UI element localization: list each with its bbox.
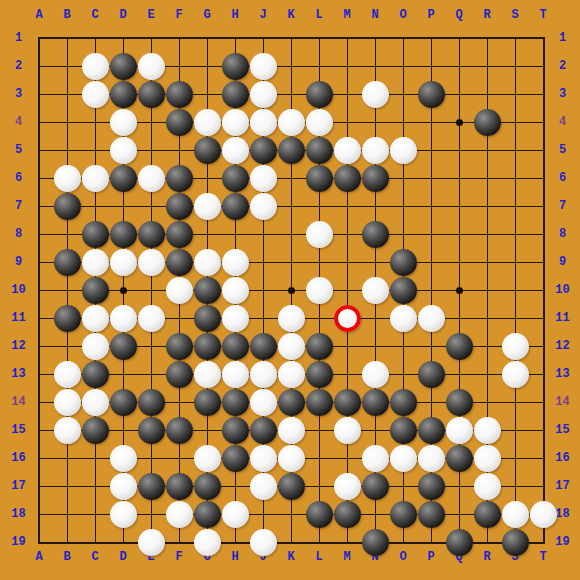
row-label-left: 16 (5, 451, 32, 465)
black-stone[interactable]: ● (110, 81, 137, 108)
white-stone[interactable]: ○ (362, 81, 389, 108)
column-label-top: F (165, 8, 193, 22)
go-board-app: AA11BB22CC33DD44EE55FF66GG77HH88JJ99KK10… (0, 0, 580, 580)
black-stone[interactable]: ● (278, 389, 305, 416)
row-label-right: 15 (549, 423, 576, 437)
row-label-left: 12 (5, 339, 32, 353)
black-stone[interactable]: ● (390, 249, 417, 276)
white-stone[interactable]: ○ (138, 249, 165, 276)
black-stone[interactable]: ● (334, 389, 361, 416)
column-label-top: K (277, 8, 305, 22)
column-label-top: S (501, 8, 529, 22)
row-label-right: 3 (549, 87, 576, 101)
row-label-left: 15 (5, 423, 32, 437)
row-label-right: 6 (549, 171, 576, 185)
column-label-top: B (53, 8, 81, 22)
white-stone[interactable]: ○ (222, 137, 249, 164)
white-stone[interactable]: ○ (250, 193, 277, 220)
black-stone[interactable]: ● (166, 361, 193, 388)
black-stone[interactable]: ● (138, 81, 165, 108)
white-stone[interactable]: ○ (250, 529, 277, 556)
white-stone[interactable]: ○ (54, 389, 81, 416)
black-stone[interactable]: ● (194, 137, 221, 164)
white-stone[interactable]: ○ (278, 445, 305, 472)
white-stone[interactable]: ○ (250, 473, 277, 500)
black-stone[interactable]: ● (418, 417, 445, 444)
white-stone[interactable]: ○ (166, 277, 193, 304)
column-label-bottom: B (53, 550, 81, 564)
black-stone[interactable]: ● (362, 529, 389, 556)
white-stone[interactable]: ○ (362, 445, 389, 472)
black-stone[interactable]: ● (306, 137, 333, 164)
black-stone[interactable]: ● (138, 389, 165, 416)
row-label-left: 1 (5, 31, 32, 45)
white-stone[interactable]: ○ (334, 137, 361, 164)
black-stone[interactable]: ● (306, 333, 333, 360)
black-stone[interactable]: ● (138, 417, 165, 444)
row-label-left: 11 (5, 311, 32, 325)
white-stone[interactable]: ○ (362, 361, 389, 388)
black-stone[interactable]: ● (390, 389, 417, 416)
white-stone[interactable]: ○ (82, 81, 109, 108)
goban[interactable]: AA11BB22CC33DD44EE55FF66GG77HH88JJ99KK10… (0, 0, 580, 580)
column-label-top: Q (445, 8, 473, 22)
white-stone[interactable]: ○ (194, 361, 221, 388)
row-label-left: 19 (5, 535, 32, 549)
white-stone[interactable]: ○ (278, 361, 305, 388)
black-stone[interactable]: ● (82, 277, 109, 304)
black-stone[interactable]: ● (362, 165, 389, 192)
black-stone[interactable]: ● (166, 109, 193, 136)
white-stone[interactable]: ○ (306, 221, 333, 248)
black-stone[interactable]: ● (166, 165, 193, 192)
black-stone[interactable]: ● (474, 501, 501, 528)
star-point (456, 119, 463, 126)
black-stone[interactable]: ● (82, 221, 109, 248)
white-stone[interactable]: ○ (278, 417, 305, 444)
white-stone[interactable]: ○ (530, 501, 557, 528)
white-stone[interactable]: ○ (138, 53, 165, 80)
row-label-left: 5 (5, 143, 32, 157)
column-label-top: D (109, 8, 137, 22)
column-label-bottom: C (81, 550, 109, 564)
black-stone[interactable]: ● (362, 389, 389, 416)
black-stone[interactable]: ● (194, 389, 221, 416)
white-stone[interactable]: ○ (334, 305, 361, 332)
white-stone[interactable]: ○ (390, 137, 417, 164)
black-stone[interactable]: ● (166, 249, 193, 276)
row-label-left: 4 (5, 115, 32, 129)
white-stone[interactable]: ○ (110, 249, 137, 276)
black-stone[interactable]: ● (418, 361, 445, 388)
white-stone[interactable]: ○ (474, 417, 501, 444)
white-stone[interactable]: ○ (278, 333, 305, 360)
black-stone[interactable]: ● (222, 445, 249, 472)
black-stone[interactable]: ● (54, 305, 81, 332)
black-stone[interactable]: ● (306, 165, 333, 192)
column-label-top: C (81, 8, 109, 22)
black-stone[interactable]: ● (250, 137, 277, 164)
row-label-right: 10 (549, 283, 576, 297)
white-stone[interactable]: ○ (82, 389, 109, 416)
row-label-left: 17 (5, 479, 32, 493)
white-stone[interactable]: ○ (110, 473, 137, 500)
star-point (456, 287, 463, 294)
black-stone[interactable]: ● (446, 529, 473, 556)
black-stone[interactable]: ● (166, 193, 193, 220)
row-label-right: 1 (549, 31, 576, 45)
column-label-top: J (249, 8, 277, 22)
white-stone[interactable]: ○ (194, 109, 221, 136)
white-stone[interactable]: ○ (138, 529, 165, 556)
white-stone[interactable]: ○ (110, 305, 137, 332)
white-stone[interactable]: ○ (54, 417, 81, 444)
column-label-top: R (473, 8, 501, 22)
white-stone[interactable]: ○ (110, 137, 137, 164)
white-stone[interactable]: ○ (474, 445, 501, 472)
black-stone[interactable]: ● (110, 221, 137, 248)
column-label-bottom: A (25, 550, 53, 564)
column-label-top: T (529, 8, 557, 22)
black-stone[interactable]: ● (222, 165, 249, 192)
black-stone[interactable]: ● (138, 473, 165, 500)
black-stone[interactable]: ● (222, 333, 249, 360)
black-stone[interactable]: ● (334, 501, 361, 528)
black-stone[interactable]: ● (110, 389, 137, 416)
white-stone[interactable]: ○ (250, 389, 277, 416)
white-stone[interactable]: ○ (390, 305, 417, 332)
white-stone[interactable]: ○ (390, 445, 417, 472)
white-stone[interactable]: ○ (110, 109, 137, 136)
row-label-left: 14 (5, 395, 32, 409)
column-label-top: O (389, 8, 417, 22)
row-label-left: 3 (5, 87, 32, 101)
row-label-right: 9 (549, 255, 576, 269)
column-label-bottom: T (529, 550, 557, 564)
black-stone[interactable]: ● (250, 417, 277, 444)
black-stone[interactable]: ● (446, 333, 473, 360)
row-label-right: 5 (549, 143, 576, 157)
black-stone[interactable]: ● (194, 277, 221, 304)
black-stone[interactable]: ● (362, 473, 389, 500)
row-label-right: 19 (549, 535, 576, 549)
white-stone[interactable]: ○ (278, 305, 305, 332)
row-label-left: 2 (5, 59, 32, 73)
black-stone[interactable]: ● (166, 417, 193, 444)
row-label-right: 7 (549, 199, 576, 213)
white-stone[interactable]: ○ (194, 445, 221, 472)
row-label-left: 13 (5, 367, 32, 381)
white-stone[interactable]: ○ (82, 333, 109, 360)
black-stone[interactable]: ● (166, 473, 193, 500)
white-stone[interactable]: ○ (418, 445, 445, 472)
white-stone[interactable]: ○ (418, 305, 445, 332)
row-label-right: 8 (549, 227, 576, 241)
white-stone[interactable]: ○ (54, 361, 81, 388)
black-stone[interactable]: ● (82, 417, 109, 444)
white-stone[interactable]: ○ (82, 305, 109, 332)
white-stone[interactable]: ○ (362, 137, 389, 164)
white-stone[interactable]: ○ (334, 473, 361, 500)
black-stone[interactable]: ● (222, 53, 249, 80)
white-stone[interactable]: ○ (222, 305, 249, 332)
column-label-top: E (137, 8, 165, 22)
black-stone[interactable]: ● (194, 305, 221, 332)
black-stone[interactable]: ● (166, 221, 193, 248)
black-stone[interactable]: ● (418, 473, 445, 500)
black-stone[interactable]: ● (502, 529, 529, 556)
column-label-top: M (333, 8, 361, 22)
black-stone[interactable]: ● (446, 389, 473, 416)
white-stone[interactable]: ○ (502, 501, 529, 528)
white-stone[interactable]: ○ (474, 473, 501, 500)
column-label-top: P (417, 8, 445, 22)
row-label-right: 14 (549, 395, 576, 409)
black-stone[interactable]: ● (418, 501, 445, 528)
row-label-right: 11 (549, 311, 576, 325)
row-label-right: 4 (549, 115, 576, 129)
white-stone[interactable]: ○ (306, 277, 333, 304)
white-stone[interactable]: ○ (250, 53, 277, 80)
black-stone[interactable]: ● (54, 249, 81, 276)
black-stone[interactable]: ● (278, 137, 305, 164)
black-stone[interactable]: ● (446, 445, 473, 472)
row-label-right: 16 (549, 451, 576, 465)
black-stone[interactable]: ● (418, 81, 445, 108)
black-stone[interactable]: ● (166, 81, 193, 108)
black-stone[interactable]: ● (306, 81, 333, 108)
black-stone[interactable]: ● (306, 389, 333, 416)
row-label-left: 6 (5, 171, 32, 185)
last-move-marker (334, 305, 361, 332)
black-stone[interactable]: ● (306, 501, 333, 528)
black-stone[interactable]: ● (474, 109, 501, 136)
black-stone[interactable]: ● (222, 81, 249, 108)
board-vertical-line (347, 38, 348, 543)
white-stone[interactable]: ○ (82, 165, 109, 192)
white-stone[interactable]: ○ (334, 417, 361, 444)
black-stone[interactable]: ● (110, 165, 137, 192)
white-stone[interactable]: ○ (250, 109, 277, 136)
white-stone[interactable]: ○ (222, 277, 249, 304)
black-stone[interactable]: ● (110, 333, 137, 360)
column-label-top: N (361, 8, 389, 22)
row-label-left: 18 (5, 507, 32, 521)
column-label-bottom: M (333, 550, 361, 564)
black-stone[interactable]: ● (390, 417, 417, 444)
white-stone[interactable]: ○ (166, 501, 193, 528)
star-point (120, 287, 127, 294)
white-stone[interactable]: ○ (82, 249, 109, 276)
black-stone[interactable]: ● (138, 221, 165, 248)
white-stone[interactable]: ○ (54, 165, 81, 192)
column-label-top: H (221, 8, 249, 22)
black-stone[interactable]: ● (278, 473, 305, 500)
black-stone[interactable]: ● (362, 221, 389, 248)
white-stone[interactable]: ○ (222, 501, 249, 528)
black-stone[interactable]: ● (194, 501, 221, 528)
black-stone[interactable]: ● (54, 193, 81, 220)
white-stone[interactable]: ○ (250, 361, 277, 388)
black-stone[interactable]: ● (166, 333, 193, 360)
white-stone[interactable]: ○ (306, 109, 333, 136)
white-stone[interactable]: ○ (82, 53, 109, 80)
star-point (288, 287, 295, 294)
row-label-right: 2 (549, 59, 576, 73)
row-label-left: 8 (5, 227, 32, 241)
white-stone[interactable]: ○ (278, 109, 305, 136)
white-stone[interactable]: ○ (250, 81, 277, 108)
column-label-bottom: O (389, 550, 417, 564)
black-stone[interactable]: ● (390, 501, 417, 528)
column-label-top: L (305, 8, 333, 22)
white-stone[interactable]: ○ (222, 249, 249, 276)
board-vertical-line (515, 38, 516, 543)
row-label-right: 13 (549, 367, 576, 381)
white-stone[interactable]: ○ (110, 445, 137, 472)
white-stone[interactable]: ○ (362, 277, 389, 304)
white-stone[interactable]: ○ (194, 193, 221, 220)
black-stone[interactable]: ● (390, 277, 417, 304)
black-stone[interactable]: ● (194, 473, 221, 500)
white-stone[interactable]: ○ (250, 165, 277, 192)
black-stone[interactable]: ● (110, 53, 137, 80)
row-label-left: 9 (5, 255, 32, 269)
black-stone[interactable]: ● (334, 165, 361, 192)
black-stone[interactable]: ● (194, 333, 221, 360)
column-label-bottom: H (221, 550, 249, 564)
row-label-left: 10 (5, 283, 32, 297)
white-stone[interactable]: ○ (194, 249, 221, 276)
black-stone[interactable]: ● (222, 417, 249, 444)
white-stone[interactable]: ○ (502, 333, 529, 360)
column-label-top: G (193, 8, 221, 22)
white-stone[interactable]: ○ (222, 109, 249, 136)
white-stone[interactable]: ○ (502, 361, 529, 388)
black-stone[interactable]: ● (222, 193, 249, 220)
row-label-left: 7 (5, 199, 32, 213)
black-stone[interactable]: ● (82, 361, 109, 388)
white-stone[interactable]: ○ (138, 305, 165, 332)
black-stone[interactable]: ● (222, 389, 249, 416)
row-label-right: 17 (549, 479, 576, 493)
column-label-bottom: L (305, 550, 333, 564)
column-label-top: A (25, 8, 53, 22)
white-stone[interactable]: ○ (250, 445, 277, 472)
white-stone[interactable]: ○ (110, 501, 137, 528)
black-stone[interactable]: ● (250, 333, 277, 360)
column-label-bottom: P (417, 550, 445, 564)
black-stone[interactable]: ● (306, 361, 333, 388)
row-label-right: 12 (549, 339, 576, 353)
white-stone[interactable]: ○ (446, 417, 473, 444)
column-label-bottom: R (473, 550, 501, 564)
column-label-bottom: F (165, 550, 193, 564)
white-stone[interactable]: ○ (222, 361, 249, 388)
column-label-bottom: D (109, 550, 137, 564)
white-stone[interactable]: ○ (194, 529, 221, 556)
column-label-bottom: K (277, 550, 305, 564)
white-stone[interactable]: ○ (138, 165, 165, 192)
